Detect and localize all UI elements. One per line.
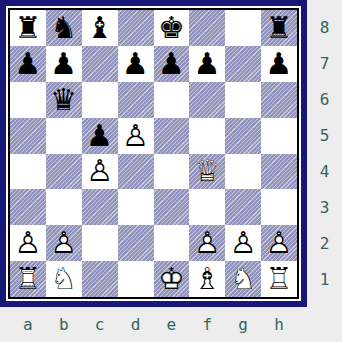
square-a7[interactable]: ♟ (10, 46, 46, 82)
square-g4[interactable] (225, 154, 261, 190)
piece-outline: ♙ (86, 156, 113, 186)
piece-outline: ♙ (266, 228, 293, 258)
square-a8[interactable]: ♜ (10, 10, 46, 46)
piece-outline: ♔ (158, 264, 185, 294)
square-f4[interactable]: ♛♕ (189, 154, 225, 190)
square-b5[interactable] (46, 118, 82, 154)
white-pawn[interactable]: ♟♙ (14, 228, 41, 258)
square-f6[interactable] (189, 82, 225, 118)
square-e8[interactable]: ♚ (154, 10, 190, 46)
piece-outline: ♗ (194, 264, 221, 294)
file-labels: abcdefgh (10, 307, 297, 342)
square-d7[interactable]: ♟ (118, 46, 154, 82)
file-label-d: d (118, 307, 154, 342)
piece-outline: ♙ (230, 228, 257, 258)
white-knight[interactable]: ♞♘ (230, 264, 257, 294)
square-f5[interactable] (189, 118, 225, 154)
square-h4[interactable] (261, 154, 297, 190)
white-king[interactable]: ♚♔ (158, 264, 185, 294)
piece-outline: ♖ (14, 264, 41, 294)
piece-outline: ♙ (194, 228, 221, 258)
square-h3[interactable] (261, 189, 297, 225)
black-pawn[interactable]: ♟ (266, 49, 293, 79)
white-rook[interactable]: ♜♖ (266, 264, 293, 294)
square-h7[interactable]: ♟ (261, 46, 297, 82)
black-pawn[interactable]: ♟ (122, 49, 149, 79)
file-label-h: h (261, 307, 297, 342)
square-d3[interactable] (118, 189, 154, 225)
square-h5[interactable] (261, 118, 297, 154)
square-a4[interactable] (10, 154, 46, 190)
square-c8[interactable]: ♝ (82, 10, 118, 46)
file-label-g: g (225, 307, 261, 342)
square-c5[interactable]: ♟ (82, 118, 118, 154)
piece-outline: ♙ (50, 228, 77, 258)
square-g5[interactable] (225, 118, 261, 154)
white-pawn[interactable]: ♟♙ (230, 228, 257, 258)
square-d1[interactable] (118, 261, 154, 297)
square-c1[interactable] (82, 261, 118, 297)
file-label-a: a (10, 307, 46, 342)
square-h6[interactable] (261, 82, 297, 118)
rank-label-8: 8 (307, 10, 342, 46)
file-label-f: f (189, 307, 225, 342)
chess-diagram: ♜♞♝♚♜♟♟♟♟♟♟♛♟♟♙♟♙♛♕♟♙♟♙♟♙♟♙♟♙♜♖♞♘♚♔♝♗♞♘♜… (0, 0, 307, 307)
black-rook[interactable]: ♜ (14, 13, 41, 43)
piece-outline: ♘ (230, 264, 257, 294)
square-b2[interactable]: ♟♙ (46, 225, 82, 261)
piece-outline: ♘ (50, 264, 77, 294)
square-c4[interactable]: ♟♙ (82, 154, 118, 190)
square-g1[interactable]: ♞♘ (225, 261, 261, 297)
square-g6[interactable] (225, 82, 261, 118)
square-h8[interactable]: ♜ (261, 10, 297, 46)
piece-outline: ♕ (194, 156, 221, 186)
file-label-c: c (82, 307, 118, 342)
piece-outline: ♙ (122, 121, 149, 151)
square-e6[interactable] (154, 82, 190, 118)
black-king[interactable]: ♚ (158, 13, 185, 43)
square-a2[interactable]: ♟♙ (10, 225, 46, 261)
piece-outline: ♙ (14, 228, 41, 258)
white-rook[interactable]: ♜♖ (14, 264, 41, 294)
square-e2[interactable] (154, 225, 190, 261)
square-g8[interactable] (225, 10, 261, 46)
rank-label-2: 2 (307, 225, 342, 261)
black-bishop[interactable]: ♝ (86, 13, 113, 43)
square-b7[interactable]: ♟ (46, 46, 82, 82)
square-b4[interactable] (46, 154, 82, 190)
black-queen[interactable]: ♛ (50, 85, 77, 115)
square-b1[interactable]: ♞♘ (46, 261, 82, 297)
black-rook[interactable]: ♜ (266, 13, 293, 43)
black-pawn[interactable]: ♟ (50, 49, 77, 79)
square-c7[interactable] (82, 46, 118, 82)
square-d4[interactable] (118, 154, 154, 190)
board-frame-black-line: ♜♞♝♚♜♟♟♟♟♟♟♛♟♟♙♟♙♛♕♟♙♟♙♟♙♟♙♟♙♜♖♞♘♚♔♝♗♞♘♜… (8, 8, 299, 299)
square-h1[interactable]: ♜♖ (261, 261, 297, 297)
chess-board: ♜♞♝♚♜♟♟♟♟♟♟♛♟♟♙♟♙♛♕♟♙♟♙♟♙♟♙♟♙♜♖♞♘♚♔♝♗♞♘♜… (10, 10, 297, 297)
piece-outline: ♖ (266, 264, 293, 294)
rank-label-5: 5 (307, 118, 342, 154)
square-g7[interactable] (225, 46, 261, 82)
square-b3[interactable] (46, 189, 82, 225)
black-knight[interactable]: ♞ (50, 13, 77, 43)
board-frame-white-line: ♜♞♝♚♜♟♟♟♟♟♟♛♟♟♙♟♙♛♕♟♙♟♙♟♙♟♙♟♙♜♖♞♘♚♔♝♗♞♘♜… (6, 6, 301, 301)
black-pawn[interactable]: ♟ (14, 49, 41, 79)
white-pawn[interactable]: ♟♙ (194, 228, 221, 258)
square-a3[interactable] (10, 189, 46, 225)
rank-label-6: 6 (307, 82, 342, 118)
square-e3[interactable] (154, 189, 190, 225)
white-pawn[interactable]: ♟♙ (50, 228, 77, 258)
square-f8[interactable] (189, 10, 225, 46)
file-label-b: b (46, 307, 82, 342)
square-g3[interactable] (225, 189, 261, 225)
square-f2[interactable]: ♟♙ (189, 225, 225, 261)
rank-labels: 87654321 (307, 10, 342, 297)
white-pawn[interactable]: ♟♙ (86, 156, 113, 186)
rank-label-1: 1 (307, 261, 342, 297)
square-a5[interactable] (10, 118, 46, 154)
rank-label-3: 3 (307, 189, 342, 225)
black-pawn[interactable]: ♟ (194, 49, 221, 79)
file-label-e: e (154, 307, 190, 342)
square-d5[interactable]: ♟♙ (118, 118, 154, 154)
square-e7[interactable]: ♟ (154, 46, 190, 82)
square-c6[interactable] (82, 82, 118, 118)
black-pawn[interactable]: ♟ (158, 49, 185, 79)
square-c2[interactable] (82, 225, 118, 261)
square-f3[interactable] (189, 189, 225, 225)
square-c3[interactable] (82, 189, 118, 225)
square-e1[interactable]: ♚♔ (154, 261, 190, 297)
square-d8[interactable] (118, 10, 154, 46)
black-pawn[interactable]: ♟ (86, 121, 113, 151)
square-d6[interactable] (118, 82, 154, 118)
white-pawn[interactable]: ♟♙ (266, 228, 293, 258)
square-d2[interactable] (118, 225, 154, 261)
rank-label-4: 4 (307, 154, 342, 190)
square-b8[interactable]: ♞ (46, 10, 82, 46)
square-a1[interactable]: ♜♖ (10, 261, 46, 297)
square-e4[interactable] (154, 154, 190, 190)
square-f7[interactable]: ♟ (189, 46, 225, 82)
square-a6[interactable] (10, 82, 46, 118)
white-bishop[interactable]: ♝♗ (194, 264, 221, 294)
white-queen[interactable]: ♛♕ (194, 156, 221, 186)
white-pawn[interactable]: ♟♙ (122, 121, 149, 151)
square-e5[interactable] (154, 118, 190, 154)
square-h2[interactable]: ♟♙ (261, 225, 297, 261)
square-f1[interactable]: ♝♗ (189, 261, 225, 297)
white-knight[interactable]: ♞♘ (50, 264, 77, 294)
square-g2[interactable]: ♟♙ (225, 225, 261, 261)
square-b6[interactable]: ♛ (46, 82, 82, 118)
rank-label-7: 7 (307, 46, 342, 82)
